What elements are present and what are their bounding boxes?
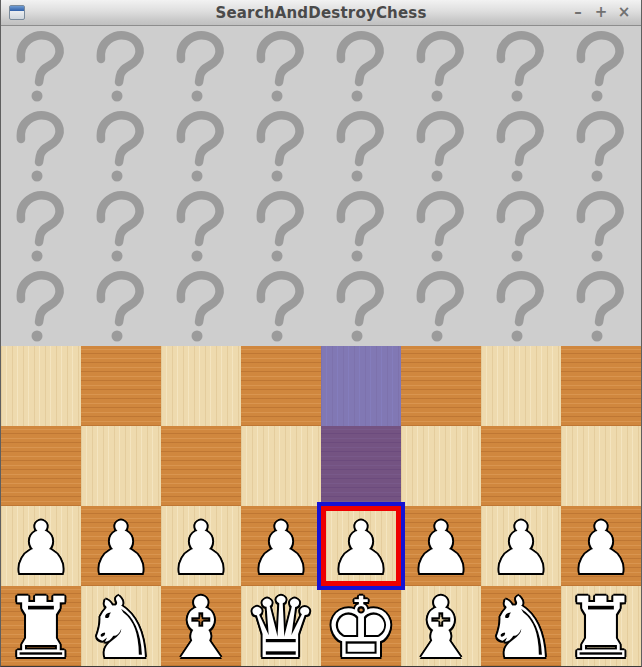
square-b5[interactable] <box>81 266 161 346</box>
hidden-piece-icon <box>401 26 481 106</box>
square-f2[interactable]: ♟ <box>401 506 481 586</box>
square-e3[interactable] <box>321 426 401 506</box>
hidden-piece-icon <box>241 106 321 186</box>
square-c4[interactable] <box>161 346 241 426</box>
square-f6[interactable] <box>401 186 481 266</box>
square-e2[interactable]: ♟ <box>321 506 401 586</box>
square-a4[interactable] <box>1 346 81 426</box>
window-title: SearchAndDestroyChess <box>1 4 641 22</box>
square-b8[interactable] <box>81 26 161 106</box>
hidden-piece-icon <box>481 26 561 106</box>
square-h7[interactable] <box>561 106 641 186</box>
square-a5[interactable] <box>1 266 81 346</box>
square-a8[interactable] <box>1 26 81 106</box>
hidden-piece-icon <box>481 266 561 346</box>
square-g5[interactable] <box>481 266 561 346</box>
square-c8[interactable] <box>161 26 241 106</box>
white-knight[interactable]: ♞ <box>81 586 161 666</box>
maximize-button[interactable]: + <box>594 0 608 25</box>
square-g6[interactable] <box>481 186 561 266</box>
square-d3[interactable] <box>241 426 321 506</box>
white-pawn[interactable]: ♟ <box>326 511 396 581</box>
hidden-piece-icon <box>561 266 641 346</box>
square-h4[interactable] <box>561 346 641 426</box>
square-g7[interactable] <box>481 106 561 186</box>
hidden-piece-icon <box>81 186 161 266</box>
square-d5[interactable] <box>241 266 321 346</box>
hidden-piece-icon <box>81 266 161 346</box>
square-g2[interactable]: ♟ <box>481 506 561 586</box>
hidden-piece-icon <box>81 106 161 186</box>
square-h6[interactable] <box>561 186 641 266</box>
square-g4[interactable] <box>481 346 561 426</box>
square-c1[interactable]: ♝ <box>161 586 241 666</box>
square-e1[interactable]: ♚ <box>321 586 401 666</box>
window-controls: – + × <box>571 0 641 25</box>
square-a1[interactable]: ♜ <box>1 586 81 666</box>
square-a7[interactable] <box>1 106 81 186</box>
white-pawn[interactable]: ♟ <box>241 506 321 586</box>
app-window: SearchAndDestroyChess – + × ♟♟♟♟♟♟♟♟♜♞♝♛… <box>0 0 642 667</box>
square-h8[interactable] <box>561 26 641 106</box>
hidden-piece-icon <box>321 106 401 186</box>
square-c3[interactable] <box>161 426 241 506</box>
square-h3[interactable] <box>561 426 641 506</box>
square-f4[interactable] <box>401 346 481 426</box>
white-knight[interactable]: ♞ <box>481 586 561 666</box>
square-g1[interactable]: ♞ <box>481 586 561 666</box>
square-d6[interactable] <box>241 186 321 266</box>
hidden-piece-icon <box>241 186 321 266</box>
square-h2[interactable]: ♟ <box>561 506 641 586</box>
square-b6[interactable] <box>81 186 161 266</box>
hidden-piece-icon <box>561 186 641 266</box>
square-d1[interactable]: ♛ <box>241 586 321 666</box>
white-rook[interactable]: ♜ <box>561 586 641 666</box>
hidden-piece-icon <box>1 186 81 266</box>
hidden-piece-icon <box>401 266 481 346</box>
square-e6[interactable] <box>321 186 401 266</box>
square-b4[interactable] <box>81 346 161 426</box>
square-a3[interactable] <box>1 426 81 506</box>
square-b1[interactable]: ♞ <box>81 586 161 666</box>
hidden-piece-icon <box>321 186 401 266</box>
white-bishop[interactable]: ♝ <box>401 586 481 666</box>
square-f8[interactable] <box>401 26 481 106</box>
square-c7[interactable] <box>161 106 241 186</box>
square-e8[interactable] <box>321 26 401 106</box>
white-bishop[interactable]: ♝ <box>161 586 241 666</box>
chess-board: ♟♟♟♟♟♟♟♟♜♞♝♛♚♝♞♜ <box>1 26 641 666</box>
title-bar[interactable]: SearchAndDestroyChess – + × <box>1 0 641 26</box>
square-h5[interactable] <box>561 266 641 346</box>
hidden-piece-icon <box>561 26 641 106</box>
square-e4[interactable] <box>321 346 401 426</box>
white-pawn[interactable]: ♟ <box>1 506 81 586</box>
hidden-piece-icon <box>161 26 241 106</box>
hidden-piece-icon <box>481 186 561 266</box>
white-pawn[interactable]: ♟ <box>161 506 241 586</box>
square-c5[interactable] <box>161 266 241 346</box>
square-c2[interactable]: ♟ <box>161 506 241 586</box>
hidden-piece-icon <box>241 266 321 346</box>
white-pawn[interactable]: ♟ <box>81 506 161 586</box>
white-pawn[interactable]: ♟ <box>401 506 481 586</box>
square-a6[interactable] <box>1 186 81 266</box>
hidden-piece-icon <box>161 106 241 186</box>
hidden-piece-icon <box>321 26 401 106</box>
hidden-piece-icon <box>161 186 241 266</box>
square-g3[interactable] <box>481 426 561 506</box>
minimize-button[interactable]: – <box>571 0 585 25</box>
hidden-piece-icon <box>1 106 81 186</box>
hidden-piece-icon <box>161 266 241 346</box>
square-h1[interactable]: ♜ <box>561 586 641 666</box>
hidden-piece-icon <box>321 266 401 346</box>
close-button[interactable]: × <box>617 0 631 25</box>
square-c6[interactable] <box>161 186 241 266</box>
white-king[interactable]: ♚ <box>321 586 401 666</box>
hidden-piece-icon <box>401 106 481 186</box>
square-e7[interactable] <box>321 106 401 186</box>
hidden-piece-icon <box>1 26 81 106</box>
square-d7[interactable] <box>241 106 321 186</box>
square-g8[interactable] <box>481 26 561 106</box>
square-e5[interactable] <box>321 266 401 346</box>
white-queen[interactable]: ♛ <box>241 586 321 666</box>
hidden-piece-icon <box>1 266 81 346</box>
square-b3[interactable] <box>81 426 161 506</box>
square-f3[interactable] <box>401 426 481 506</box>
square-f1[interactable]: ♝ <box>401 586 481 666</box>
hidden-piece-icon <box>481 106 561 186</box>
square-d8[interactable] <box>241 26 321 106</box>
white-rook[interactable]: ♜ <box>1 586 81 666</box>
hidden-piece-icon <box>561 106 641 186</box>
hidden-piece-icon <box>81 26 161 106</box>
square-f7[interactable] <box>401 106 481 186</box>
white-pawn[interactable]: ♟ <box>481 506 561 586</box>
white-pawn[interactable]: ♟ <box>561 506 641 586</box>
square-d4[interactable] <box>241 346 321 426</box>
hidden-piece-icon <box>401 186 481 266</box>
square-d2[interactable]: ♟ <box>241 506 321 586</box>
hidden-piece-icon <box>241 26 321 106</box>
square-b2[interactable]: ♟ <box>81 506 161 586</box>
square-f5[interactable] <box>401 266 481 346</box>
square-a2[interactable]: ♟ <box>1 506 81 586</box>
square-b7[interactable] <box>81 106 161 186</box>
